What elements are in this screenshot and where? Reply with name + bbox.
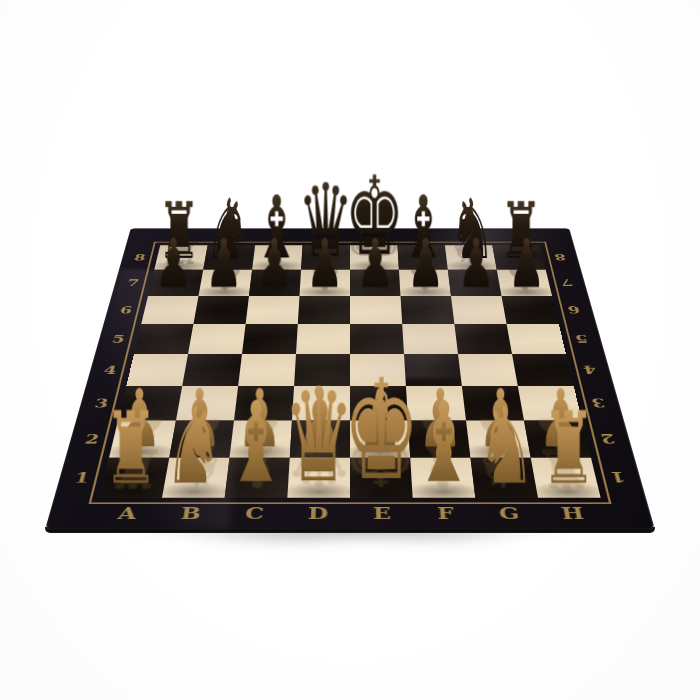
square-e6[interactable] xyxy=(350,296,402,324)
white-queen-piece[interactable]: ♛ xyxy=(283,373,355,496)
square-c1[interactable]: ♝♝ xyxy=(225,458,290,498)
square-g1[interactable]: ♞♞ xyxy=(470,458,537,498)
scene: 8 7 6 5 4 3 2 1 8 7 6 5 4 3 2 1 A B C D … xyxy=(0,0,700,700)
square-d7[interactable]: ♟♟ xyxy=(299,270,350,296)
square-f7[interactable]: ♟♟ xyxy=(399,270,451,296)
square-a6[interactable] xyxy=(141,296,198,324)
black-pawn-piece[interactable]: ♟ xyxy=(357,231,394,295)
square-a7[interactable]: ♟♟ xyxy=(148,270,203,296)
square-h7[interactable]: ♟♟ xyxy=(497,270,552,296)
black-pawn-piece[interactable]: ♟ xyxy=(508,231,545,295)
file-label-a: A xyxy=(92,498,162,529)
square-c7[interactable]: ♟♟ xyxy=(249,270,301,296)
black-pawn-piece[interactable]: ♟ xyxy=(205,231,242,295)
square-e1[interactable]: ♚♚ xyxy=(350,458,413,498)
square-h1[interactable]: ♜♜ xyxy=(531,458,601,498)
square-h6[interactable] xyxy=(502,296,559,324)
square-e7[interactable]: ♟♟ xyxy=(350,270,401,296)
white-rook-piece[interactable]: ♜ xyxy=(541,402,596,497)
black-pawn-piece[interactable]: ♟ xyxy=(256,231,293,295)
square-a1[interactable]: ♜♜ xyxy=(99,458,169,498)
white-bishop-piece[interactable]: ♝ xyxy=(413,391,475,497)
white-knight-piece[interactable]: ♞ xyxy=(164,395,223,496)
file-labels-bottom: A B C D E F G H xyxy=(92,498,608,529)
black-pawn-piece[interactable]: ♟ xyxy=(407,231,444,295)
white-knight-piece[interactable]: ♞ xyxy=(477,395,536,496)
board-grid: ♜♜♞♞♝♝♛♛♚♚♝♝♞♞♜♜♟♟♟♟♟♟♟♟♟♟♟♟♟♟♟♟♟♟♟♟♟♟♟♟… xyxy=(99,245,600,498)
square-b7[interactable]: ♟♟ xyxy=(198,270,252,296)
file-label-g: G xyxy=(475,498,543,529)
black-pawn-piece[interactable]: ♟ xyxy=(306,231,343,295)
square-f1[interactable]: ♝♝ xyxy=(410,458,475,498)
square-b6[interactable] xyxy=(193,296,249,324)
file-label-e: E xyxy=(350,498,415,529)
rank-label-right-7: 7 xyxy=(546,270,589,296)
black-pawn-piece[interactable]: ♟ xyxy=(457,231,494,295)
square-b1[interactable]: ♞♞ xyxy=(162,458,229,498)
white-rook-piece[interactable]: ♜ xyxy=(103,402,158,497)
square-d1[interactable]: ♛♛ xyxy=(287,458,350,498)
square-a5[interactable] xyxy=(134,324,193,354)
square-c5[interactable] xyxy=(242,324,298,354)
file-label-b: B xyxy=(156,498,224,529)
square-f6[interactable] xyxy=(401,296,455,324)
black-pawn-piece[interactable]: ♟ xyxy=(155,231,192,295)
square-g7[interactable]: ♟♟ xyxy=(448,270,502,296)
rank-label-right-6: 6 xyxy=(552,296,596,324)
square-c6[interactable] xyxy=(246,296,300,324)
file-label-c: C xyxy=(221,498,287,529)
square-d6[interactable] xyxy=(298,296,350,324)
file-label-h: H xyxy=(538,498,608,529)
board-floor-reflection xyxy=(150,532,550,558)
square-g5[interactable] xyxy=(454,324,512,354)
chess-board: 8 7 6 5 4 3 2 1 8 7 6 5 4 3 2 1 A B C D … xyxy=(45,228,654,529)
square-h5[interactable] xyxy=(507,324,566,354)
file-label-f: F xyxy=(413,498,479,529)
square-b5[interactable] xyxy=(188,324,246,354)
square-g6[interactable] xyxy=(451,296,507,324)
rank-label-right-8: 8 xyxy=(540,245,581,270)
rank-label-right-5: 5 xyxy=(559,324,605,354)
white-bishop-piece[interactable]: ♝ xyxy=(225,391,287,497)
file-label-d: D xyxy=(285,498,350,529)
